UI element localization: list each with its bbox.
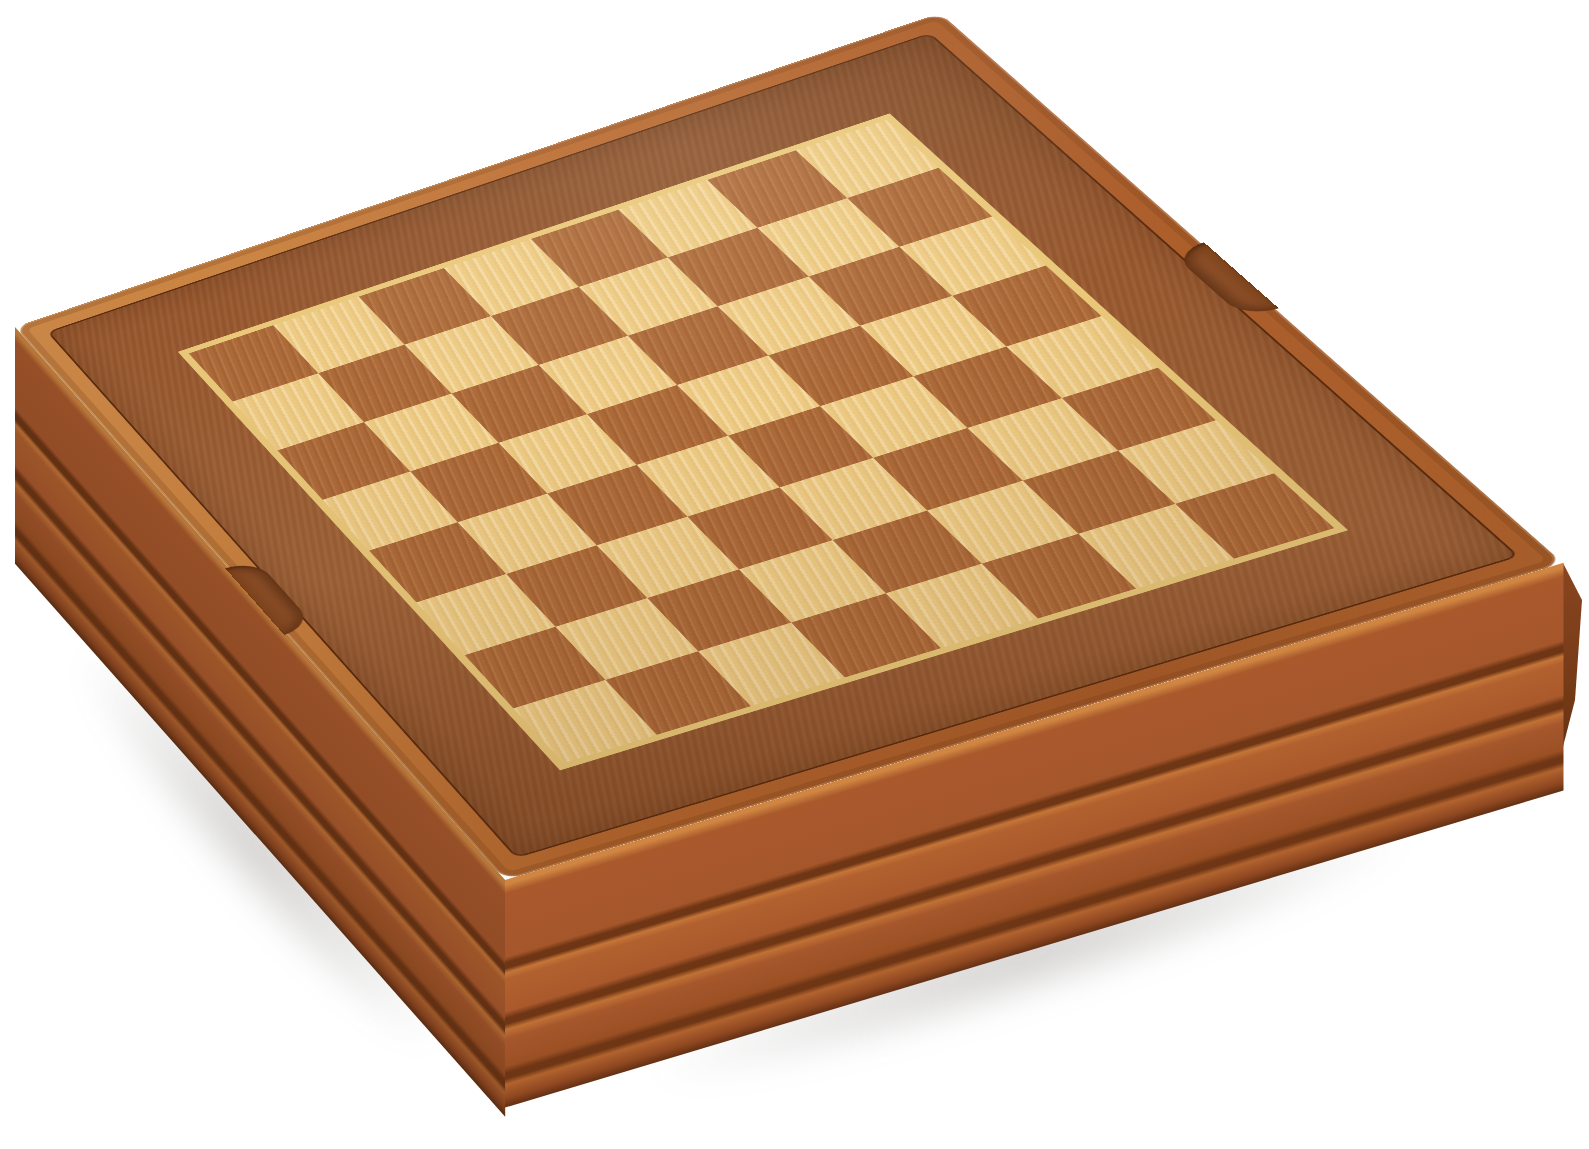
product-photo-scene (0, 0, 1589, 1149)
